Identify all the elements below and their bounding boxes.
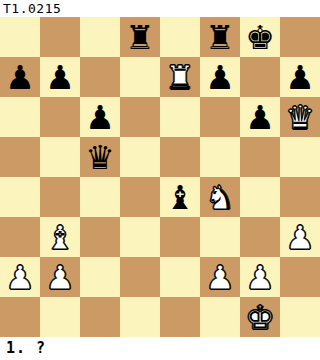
- square-a7[interactable]: ♟: [0, 57, 40, 97]
- square-h5[interactable]: [280, 137, 320, 177]
- square-e2[interactable]: [160, 257, 200, 297]
- square-e7[interactable]: ♜: [160, 57, 200, 97]
- white-pawn: ♟: [45, 261, 75, 294]
- square-f4[interactable]: ♞: [200, 177, 240, 217]
- square-f7[interactable]: ♟: [200, 57, 240, 97]
- chess-board: ♜♜♚♟♟♜♟♟♟♟♛♛♝♞♝♟♟♟♟♟♚: [0, 17, 320, 337]
- square-a8[interactable]: [0, 17, 40, 57]
- white-bishop: ♝: [45, 221, 75, 254]
- black-pawn: ♟: [85, 101, 115, 134]
- black-pawn: ♟: [5, 61, 35, 94]
- square-g4[interactable]: [240, 177, 280, 217]
- square-g1[interactable]: ♚: [240, 297, 280, 337]
- square-h8[interactable]: [280, 17, 320, 57]
- white-pawn: ♟: [5, 261, 35, 294]
- square-f2[interactable]: ♟: [200, 257, 240, 297]
- black-pawn: ♟: [45, 61, 75, 94]
- white-pawn: ♟: [245, 261, 275, 294]
- white-queen: ♛: [285, 101, 315, 134]
- square-b7[interactable]: ♟: [40, 57, 80, 97]
- square-e5[interactable]: [160, 137, 200, 177]
- square-c2[interactable]: [80, 257, 120, 297]
- square-b4[interactable]: [40, 177, 80, 217]
- square-a6[interactable]: [0, 97, 40, 137]
- square-g3[interactable]: [240, 217, 280, 257]
- square-c4[interactable]: [80, 177, 120, 217]
- white-pawn: ♟: [205, 261, 235, 294]
- square-a5[interactable]: [0, 137, 40, 177]
- square-h7[interactable]: ♟: [280, 57, 320, 97]
- square-f5[interactable]: [200, 137, 240, 177]
- square-d8[interactable]: ♜: [120, 17, 160, 57]
- square-c8[interactable]: [80, 17, 120, 57]
- square-g5[interactable]: [240, 137, 280, 177]
- square-c3[interactable]: [80, 217, 120, 257]
- black-pawn: ♟: [285, 61, 315, 94]
- square-g2[interactable]: ♟: [240, 257, 280, 297]
- white-pawn: ♟: [285, 221, 315, 254]
- square-h6[interactable]: ♛: [280, 97, 320, 137]
- black-rook: ♜: [205, 21, 235, 54]
- square-b6[interactable]: [40, 97, 80, 137]
- square-a4[interactable]: [0, 177, 40, 217]
- square-f1[interactable]: [200, 297, 240, 337]
- black-pawn: ♟: [245, 101, 275, 134]
- square-e4[interactable]: ♝: [160, 177, 200, 217]
- puzzle-id: T1.0215: [3, 1, 61, 16]
- square-h2[interactable]: [280, 257, 320, 297]
- square-f3[interactable]: [200, 217, 240, 257]
- square-c7[interactable]: [80, 57, 120, 97]
- square-h1[interactable]: [280, 297, 320, 337]
- square-f6[interactable]: [200, 97, 240, 137]
- square-d7[interactable]: [120, 57, 160, 97]
- square-g8[interactable]: ♚: [240, 17, 280, 57]
- square-d5[interactable]: [120, 137, 160, 177]
- black-bishop: ♝: [165, 181, 195, 214]
- square-e3[interactable]: [160, 217, 200, 257]
- black-rook: ♜: [125, 21, 155, 54]
- square-d1[interactable]: [120, 297, 160, 337]
- square-c6[interactable]: ♟: [80, 97, 120, 137]
- white-knight: ♞: [205, 181, 235, 214]
- black-pawn: ♟: [205, 61, 235, 94]
- square-g7[interactable]: [240, 57, 280, 97]
- square-b2[interactable]: ♟: [40, 257, 80, 297]
- square-f8[interactable]: ♜: [200, 17, 240, 57]
- move-prompt: 1. ?: [6, 339, 46, 357]
- square-e1[interactable]: [160, 297, 200, 337]
- square-b3[interactable]: ♝: [40, 217, 80, 257]
- square-a1[interactable]: [0, 297, 40, 337]
- square-h4[interactable]: [280, 177, 320, 217]
- square-c1[interactable]: [80, 297, 120, 337]
- white-king: ♚: [245, 301, 275, 334]
- square-c5[interactable]: ♛: [80, 137, 120, 177]
- square-a3[interactable]: [0, 217, 40, 257]
- square-g6[interactable]: ♟: [240, 97, 280, 137]
- square-d4[interactable]: [120, 177, 160, 217]
- square-e6[interactable]: [160, 97, 200, 137]
- square-d3[interactable]: [120, 217, 160, 257]
- square-h3[interactable]: ♟: [280, 217, 320, 257]
- square-b1[interactable]: [40, 297, 80, 337]
- black-queen: ♛: [85, 141, 115, 174]
- square-b5[interactable]: [40, 137, 80, 177]
- square-e8[interactable]: [160, 17, 200, 57]
- square-b8[interactable]: [40, 17, 80, 57]
- white-rook: ♜: [165, 61, 195, 94]
- square-d6[interactable]: [120, 97, 160, 137]
- square-d2[interactable]: [120, 257, 160, 297]
- black-king: ♚: [245, 21, 275, 54]
- square-a2[interactable]: ♟: [0, 257, 40, 297]
